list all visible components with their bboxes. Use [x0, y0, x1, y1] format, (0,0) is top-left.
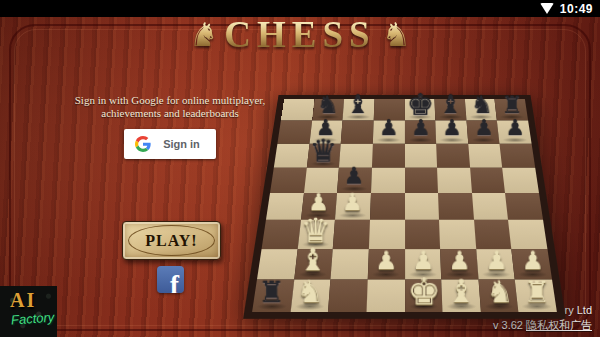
square-b1[interactable]: ♞: [290, 279, 331, 312]
board-grid: ♞♝♚♝♞♜♟♟♟♟♟♟♛♟♟♟♛♝♟♟♟♟♟♜♞♚♝♞♜: [252, 99, 557, 312]
knight-right-icon: ♞: [382, 16, 412, 54]
privacy-ads-link[interactable]: 隐私权和广告: [526, 319, 592, 331]
title-text: CHESS: [224, 15, 375, 55]
square-h7[interactable]: ♟: [497, 121, 531, 144]
black-pawn-f7[interactable]: ♟: [436, 110, 468, 144]
ai-factory-logo: AI Factory: [0, 286, 57, 337]
black-rook-a1[interactable]: ♜: [253, 272, 291, 313]
play-button[interactable]: PLAY!: [122, 221, 221, 260]
square-f1[interactable]: ♝: [441, 279, 480, 312]
version-text: v 3.62: [493, 319, 523, 331]
square-h6[interactable]: [500, 143, 535, 167]
black-pawn-d7[interactable]: ♟: [373, 110, 405, 144]
square-f7[interactable]: ♟: [435, 121, 468, 144]
black-queen-b6[interactable]: ♛: [307, 133, 340, 168]
google-signin-button[interactable]: Sign in: [124, 129, 216, 159]
square-h4[interactable]: [505, 193, 543, 220]
google-signin-label: Sign in: [163, 138, 200, 150]
square-f4[interactable]: [438, 193, 474, 220]
square-d1[interactable]: [366, 279, 404, 312]
square-d6[interactable]: [372, 143, 405, 167]
signin-section: Sign in with Google for online multiplay…: [55, 94, 285, 159]
status-clock: 10:49: [560, 2, 593, 16]
facebook-icon: f: [170, 270, 179, 293]
black-pawn-e7[interactable]: ♟: [405, 110, 437, 144]
signin-text-line1: Sign in with Google for online multiplay…: [55, 94, 285, 107]
chess-board: ♞♝♚♝♞♜♟♟♟♟♟♟♛♟♟♟♛♝♟♟♟♟♟♜♞♚♝♞♜: [243, 95, 566, 319]
square-e6[interactable]: [405, 143, 438, 167]
square-e7[interactable]: ♟: [405, 121, 437, 144]
square-b6[interactable]: ♛: [307, 143, 341, 167]
black-bishop-c8[interactable]: ♝: [343, 88, 374, 121]
play-button-label: PLAY!: [123, 222, 220, 259]
square-f6[interactable]: [436, 143, 470, 167]
square-e1[interactable]: ♚: [405, 279, 443, 312]
square-c4[interactable]: ♟: [335, 193, 371, 220]
white-bishop-f1[interactable]: ♝: [442, 272, 480, 313]
square-g5[interactable]: [470, 168, 506, 193]
square-g7[interactable]: ♟: [466, 121, 499, 144]
square-c7[interactable]: [341, 121, 374, 144]
square-e4[interactable]: [405, 193, 440, 220]
square-g6[interactable]: [468, 143, 502, 167]
square-c1[interactable]: [328, 279, 367, 312]
square-a6[interactable]: [274, 143, 309, 167]
facebook-button[interactable]: f: [157, 266, 184, 293]
black-pawn-g7[interactable]: ♟: [468, 110, 500, 144]
app-title: ♞ CHESS ♞: [0, 15, 600, 55]
square-c3[interactable]: [333, 220, 370, 249]
white-pawn-c4[interactable]: ♟: [335, 184, 370, 221]
square-d7[interactable]: ♟: [373, 121, 405, 144]
square-g4[interactable]: [472, 193, 509, 220]
square-g1[interactable]: ♞: [478, 279, 519, 312]
white-pawn-d2[interactable]: ♟: [368, 240, 405, 279]
knight-left-icon: ♞: [189, 16, 219, 54]
square-d4[interactable]: [370, 193, 405, 220]
square-d2[interactable]: ♟: [368, 249, 405, 280]
square-h5[interactable]: [502, 168, 539, 193]
ai-factory-logo-factory: Factory: [11, 310, 55, 328]
square-e5[interactable]: [405, 168, 439, 193]
square-f5[interactable]: [437, 168, 472, 193]
white-knight-b1[interactable]: ♞: [291, 272, 329, 313]
google-g-icon: [135, 136, 151, 152]
ai-factory-logo-ai: AI: [10, 289, 36, 312]
wifi-icon: [540, 3, 554, 14]
square-a1[interactable]: ♜: [252, 279, 294, 312]
white-king-e1[interactable]: ♚: [405, 272, 443, 313]
white-rook-h1[interactable]: ♜: [518, 272, 556, 313]
white-knight-g1[interactable]: ♞: [480, 272, 518, 313]
black-pawn-h7[interactable]: ♟: [500, 110, 532, 144]
square-h1[interactable]: ♜: [515, 279, 557, 312]
square-d5[interactable]: [371, 168, 405, 193]
square-c2[interactable]: [331, 249, 369, 280]
square-c8[interactable]: ♝: [343, 99, 375, 121]
signin-text-line2: achievements and leaderboards: [55, 107, 285, 120]
